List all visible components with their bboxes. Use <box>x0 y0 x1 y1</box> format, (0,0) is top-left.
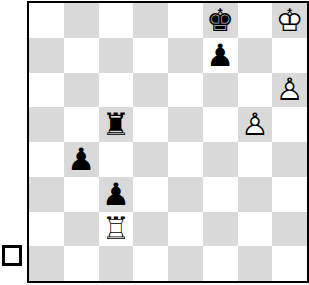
square-a1[interactable] <box>29 246 64 281</box>
square-e8[interactable] <box>168 3 203 38</box>
black-pawn[interactable]: ♟ <box>206 40 234 71</box>
square-f5[interactable] <box>203 107 238 142</box>
square-g3[interactable] <box>238 177 273 212</box>
square-b7[interactable] <box>64 38 99 73</box>
square-f2[interactable] <box>203 212 238 247</box>
square-f4[interactable] <box>203 142 238 177</box>
white-king[interactable]: ♚♔ <box>276 5 304 36</box>
square-d6[interactable] <box>133 73 168 108</box>
square-h4[interactable] <box>272 142 307 177</box>
square-e4[interactable] <box>168 142 203 177</box>
square-c5[interactable]: ♜ <box>99 107 134 142</box>
square-e6[interactable] <box>168 73 203 108</box>
square-a4[interactable] <box>29 142 64 177</box>
pawn-outline: ♙ <box>276 74 304 105</box>
square-d5[interactable] <box>133 107 168 142</box>
square-c6[interactable] <box>99 73 134 108</box>
black-rook[interactable]: ♜ <box>102 109 130 140</box>
square-b6[interactable] <box>64 73 99 108</box>
square-h8[interactable]: ♚♔ <box>272 3 307 38</box>
square-a3[interactable] <box>29 177 64 212</box>
square-e7[interactable] <box>168 38 203 73</box>
black-king[interactable]: ♚ <box>206 5 234 36</box>
square-f8[interactable]: ♚ <box>203 3 238 38</box>
square-d3[interactable] <box>133 177 168 212</box>
square-d4[interactable] <box>133 142 168 177</box>
square-a6[interactable] <box>29 73 64 108</box>
square-g2[interactable] <box>238 212 273 247</box>
black-pawn[interactable]: ♟ <box>102 179 130 210</box>
rook-outline: ♖ <box>102 213 130 244</box>
square-e2[interactable] <box>168 212 203 247</box>
king-outline: ♔ <box>276 5 304 36</box>
square-h7[interactable] <box>272 38 307 73</box>
square-f3[interactable] <box>203 177 238 212</box>
square-h3[interactable] <box>272 177 307 212</box>
square-a5[interactable] <box>29 107 64 142</box>
square-f6[interactable] <box>203 73 238 108</box>
square-c2[interactable]: ♜♖ <box>99 212 134 247</box>
square-b4[interactable]: ♟ <box>64 142 99 177</box>
white-pawn[interactable]: ♟♙ <box>241 109 269 140</box>
square-b8[interactable] <box>64 3 99 38</box>
square-h1[interactable] <box>272 246 307 281</box>
square-b3[interactable] <box>64 177 99 212</box>
square-e1[interactable] <box>168 246 203 281</box>
square-g1[interactable] <box>238 246 273 281</box>
pawn-outline: ♙ <box>241 109 269 140</box>
square-c8[interactable] <box>99 3 134 38</box>
square-e5[interactable] <box>168 107 203 142</box>
square-a2[interactable] <box>29 212 64 247</box>
square-g5[interactable]: ♟♙ <box>238 107 273 142</box>
square-a7[interactable] <box>29 38 64 73</box>
square-g8[interactable] <box>238 3 273 38</box>
square-c7[interactable] <box>99 38 134 73</box>
square-h2[interactable] <box>272 212 307 247</box>
square-b5[interactable] <box>64 107 99 142</box>
square-c4[interactable] <box>99 142 134 177</box>
white-pawn[interactable]: ♟♙ <box>276 74 304 105</box>
square-g7[interactable] <box>238 38 273 73</box>
black-pawn[interactable]: ♟ <box>67 144 95 175</box>
square-b2[interactable] <box>64 212 99 247</box>
square-e3[interactable] <box>168 177 203 212</box>
square-d7[interactable] <box>133 38 168 73</box>
square-d1[interactable] <box>133 246 168 281</box>
square-b1[interactable] <box>64 246 99 281</box>
chess-board: ♚♚♔♟♟♙♜♟♙♟♟♜♖ <box>27 1 309 283</box>
square-h5[interactable] <box>272 107 307 142</box>
square-f7[interactable]: ♟ <box>203 38 238 73</box>
square-a8[interactable] <box>29 3 64 38</box>
square-d2[interactable] <box>133 212 168 247</box>
white-rook[interactable]: ♜♖ <box>102 213 130 244</box>
square-f1[interactable] <box>203 246 238 281</box>
square-h6[interactable]: ♟♙ <box>272 73 307 108</box>
square-g6[interactable] <box>238 73 273 108</box>
square-g4[interactable] <box>238 142 273 177</box>
square-d8[interactable] <box>133 3 168 38</box>
square-c3[interactable]: ♟ <box>99 177 134 212</box>
square-c1[interactable] <box>99 246 134 281</box>
white-to-move-indicator <box>2 245 22 266</box>
